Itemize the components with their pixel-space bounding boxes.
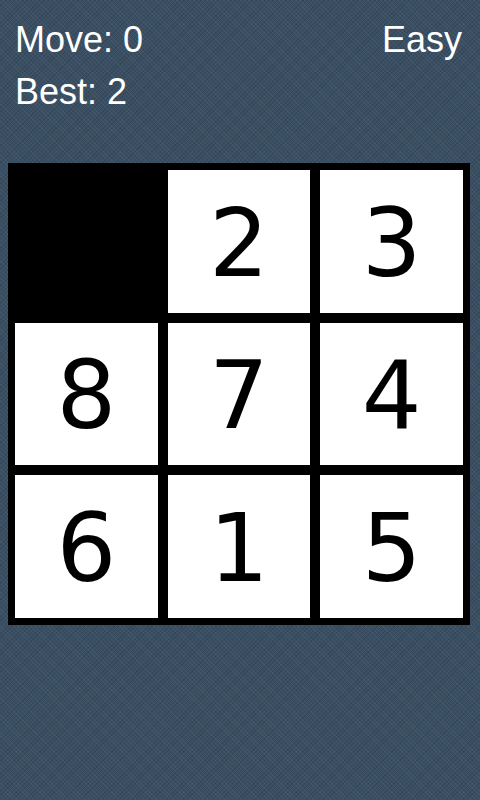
puzzle-board: 2 3 8 7 4 6 1 5 [8,163,470,625]
best-label: Best: [15,71,107,112]
tile-2[interactable]: 2 [168,170,311,313]
tile-5[interactable]: 5 [320,475,463,618]
tile-4[interactable]: 4 [320,323,463,466]
best-value: 2 [107,71,127,112]
move-value: 0 [123,19,143,60]
tile-8[interactable]: 8 [15,323,158,466]
header-row-1: Move:0 Easy [15,14,462,66]
tile-6[interactable]: 6 [15,475,158,618]
status-header: Move:0 Easy Best:2 [15,14,462,118]
move-label: Move: [15,19,123,60]
empty-cell [15,170,158,313]
tile-1[interactable]: 1 [168,475,311,618]
tile-7[interactable]: 7 [168,323,311,466]
best-score: Best:2 [15,66,462,118]
tile-3[interactable]: 3 [320,170,463,313]
game-screen: Move:0 Easy Best:2 2 3 8 7 4 6 1 5 [0,0,480,800]
difficulty-label: Easy [382,14,462,66]
move-counter: Move:0 [15,14,143,66]
